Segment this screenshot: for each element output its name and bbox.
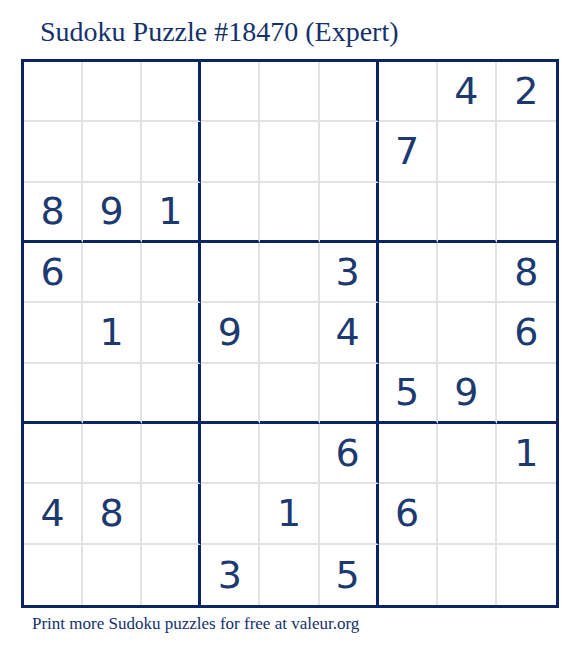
- sudoku-board: 42789163819465961481635: [21, 59, 559, 608]
- sudoku-cell-r1c7[interactable]: [379, 62, 438, 122]
- sudoku-cell-r2c1[interactable]: [24, 122, 83, 182]
- footer-note: Print more Sudoku puzzles for free at va…: [32, 614, 359, 634]
- sudoku-cell-r5c6[interactable]: 4: [320, 303, 379, 363]
- sudoku-cell-r6c4[interactable]: [201, 364, 260, 424]
- sudoku-cell-r6c5[interactable]: [260, 364, 319, 424]
- sudoku-cell-r3c9[interactable]: [497, 183, 556, 243]
- sudoku-cell-r1c9[interactable]: 2: [497, 62, 556, 122]
- page-title: Sudoku Puzzle #18470 (Expert): [40, 16, 399, 48]
- sudoku-cell-r9c2[interactable]: [83, 545, 142, 605]
- sudoku-cell-r4c7[interactable]: [379, 243, 438, 303]
- sudoku-cell-r7c3[interactable]: [142, 424, 201, 484]
- sudoku-cell-r3c2[interactable]: 9: [83, 183, 142, 243]
- sudoku-cell-r7c2[interactable]: [83, 424, 142, 484]
- sudoku-cell-r8c9[interactable]: [497, 484, 556, 544]
- sudoku-cell-r6c6[interactable]: [320, 364, 379, 424]
- sudoku-cell-r1c3[interactable]: [142, 62, 201, 122]
- sudoku-cell-r1c5[interactable]: [260, 62, 319, 122]
- sudoku-cell-r3c8[interactable]: [438, 183, 497, 243]
- sudoku-cell-r5c9[interactable]: 6: [497, 303, 556, 363]
- sudoku-cell-r6c8[interactable]: 9: [438, 364, 497, 424]
- sudoku-cell-r1c1[interactable]: [24, 62, 83, 122]
- sudoku-cell-r7c7[interactable]: [379, 424, 438, 484]
- sudoku-cell-r2c9[interactable]: [497, 122, 556, 182]
- sudoku-cell-r6c1[interactable]: [24, 364, 83, 424]
- sudoku-cell-r9c5[interactable]: [260, 545, 319, 605]
- sudoku-cell-r8c2[interactable]: 8: [83, 484, 142, 544]
- sudoku-cell-r1c8[interactable]: 4: [438, 62, 497, 122]
- sudoku-cell-r5c1[interactable]: [24, 303, 83, 363]
- sudoku-cell-r4c2[interactable]: [83, 243, 142, 303]
- sudoku-cell-r5c3[interactable]: [142, 303, 201, 363]
- sudoku-cell-r4c3[interactable]: [142, 243, 201, 303]
- sudoku-cell-r3c6[interactable]: [320, 183, 379, 243]
- sudoku-cell-r4c4[interactable]: [201, 243, 260, 303]
- sudoku-cell-r8c6[interactable]: [320, 484, 379, 544]
- sudoku-cell-r3c1[interactable]: 8: [24, 183, 83, 243]
- sudoku-cell-r6c9[interactable]: [497, 364, 556, 424]
- sudoku-cell-r1c6[interactable]: [320, 62, 379, 122]
- sudoku-cell-r6c7[interactable]: 5: [379, 364, 438, 424]
- sudoku-cell-r9c9[interactable]: [497, 545, 556, 605]
- sudoku-cell-r4c8[interactable]: [438, 243, 497, 303]
- sudoku-cell-r2c2[interactable]: [83, 122, 142, 182]
- sudoku-cell-r2c4[interactable]: [201, 122, 260, 182]
- sudoku-cell-r8c1[interactable]: 4: [24, 484, 83, 544]
- sudoku-cell-r3c5[interactable]: [260, 183, 319, 243]
- sudoku-cell-r2c6[interactable]: [320, 122, 379, 182]
- sudoku-cell-r5c7[interactable]: [379, 303, 438, 363]
- sudoku-cell-r5c8[interactable]: [438, 303, 497, 363]
- sudoku-cell-r3c3[interactable]: 1: [142, 183, 201, 243]
- sudoku-cell-r4c1[interactable]: 6: [24, 243, 83, 303]
- sudoku-cell-r5c5[interactable]: [260, 303, 319, 363]
- sudoku-cell-r8c7[interactable]: 6: [379, 484, 438, 544]
- sudoku-cell-r7c1[interactable]: [24, 424, 83, 484]
- sudoku-cell-r6c3[interactable]: [142, 364, 201, 424]
- sudoku-cell-r5c4[interactable]: 9: [201, 303, 260, 363]
- sudoku-cell-r2c3[interactable]: [142, 122, 201, 182]
- sudoku-cell-r1c2[interactable]: [83, 62, 142, 122]
- sudoku-cell-r8c3[interactable]: [142, 484, 201, 544]
- sudoku-cell-r9c1[interactable]: [24, 545, 83, 605]
- sudoku-cell-r8c4[interactable]: [201, 484, 260, 544]
- sudoku-cell-r7c4[interactable]: [201, 424, 260, 484]
- sudoku-cell-r7c5[interactable]: [260, 424, 319, 484]
- sudoku-cell-r4c6[interactable]: 3: [320, 243, 379, 303]
- sudoku-cell-r9c7[interactable]: [379, 545, 438, 605]
- sudoku-cell-r7c9[interactable]: 1: [497, 424, 556, 484]
- sudoku-cell-r9c3[interactable]: [142, 545, 201, 605]
- sudoku-cell-r2c7[interactable]: 7: [379, 122, 438, 182]
- sudoku-cell-r3c4[interactable]: [201, 183, 260, 243]
- sudoku-cell-r3c7[interactable]: [379, 183, 438, 243]
- sudoku-cell-r9c6[interactable]: 5: [320, 545, 379, 605]
- sudoku-cell-r5c2[interactable]: 1: [83, 303, 142, 363]
- sudoku-cell-r4c9[interactable]: 8: [497, 243, 556, 303]
- sudoku-cell-r6c2[interactable]: [83, 364, 142, 424]
- sudoku-cell-r2c5[interactable]: [260, 122, 319, 182]
- sudoku-cell-r4c5[interactable]: [260, 243, 319, 303]
- sudoku-cell-r9c4[interactable]: 3: [201, 545, 260, 605]
- sudoku-cell-r1c4[interactable]: [201, 62, 260, 122]
- sudoku-cell-r7c6[interactable]: 6: [320, 424, 379, 484]
- sudoku-cell-r8c5[interactable]: 1: [260, 484, 319, 544]
- sudoku-cell-r2c8[interactable]: [438, 122, 497, 182]
- sudoku-cell-r9c8[interactable]: [438, 545, 497, 605]
- sudoku-cell-r7c8[interactable]: [438, 424, 497, 484]
- sudoku-cell-r8c8[interactable]: [438, 484, 497, 544]
